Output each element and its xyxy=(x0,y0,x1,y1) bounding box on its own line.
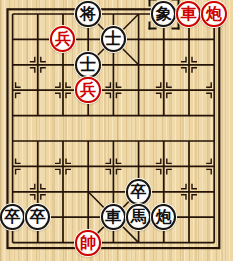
board-point: 兵 xyxy=(75,77,100,102)
board-point: 炮 xyxy=(151,204,176,229)
xiangqi-board[interactable]: 将象車炮兵士士兵卒卒卒車馬炮帥 xyxy=(0,0,233,261)
piece-black-soldier-1[interactable]: 卒 xyxy=(126,179,151,205)
piece-red-soldier-2[interactable]: 兵 xyxy=(75,77,100,103)
board-point: 兵 xyxy=(50,27,75,52)
piece-red-cannon[interactable]: 炮 xyxy=(201,1,226,27)
piece-black-soldier-3[interactable]: 卒 xyxy=(25,204,50,230)
board-point: 卒 xyxy=(25,204,50,229)
piece-black-advisor-1[interactable]: 士 xyxy=(101,26,126,52)
piece-black-chariot[interactable]: 車 xyxy=(101,204,126,230)
piece-black-advisor-2[interactable]: 士 xyxy=(75,52,100,78)
board-point: 士 xyxy=(101,27,126,52)
board-point: 炮 xyxy=(201,1,226,26)
piece-black-horse[interactable]: 馬 xyxy=(126,204,151,230)
board-point: 象 xyxy=(151,1,176,26)
piece-red-chariot[interactable]: 車 xyxy=(176,1,201,27)
board-point: 卒 xyxy=(0,204,25,229)
piece-red-soldier-1[interactable]: 兵 xyxy=(50,26,75,52)
board-point: 車 xyxy=(101,204,126,229)
piece-red-general[interactable]: 帥 xyxy=(75,230,100,256)
board-point: 車 xyxy=(176,1,201,26)
piece-black-soldier-2[interactable]: 卒 xyxy=(0,204,25,230)
board-point: 帥 xyxy=(75,230,100,255)
piece-grid: 将象車炮兵士士兵卒卒卒車馬炮帥 xyxy=(0,1,227,255)
board-point: 将 xyxy=(75,1,100,26)
piece-black-cannon[interactable]: 炮 xyxy=(151,204,176,230)
piece-black-elephant[interactable]: 象 xyxy=(151,1,176,27)
board-point: 卒 xyxy=(126,179,151,204)
piece-black-general[interactable]: 将 xyxy=(75,1,100,27)
board-point: 士 xyxy=(75,52,100,77)
board-point: 馬 xyxy=(126,204,151,229)
